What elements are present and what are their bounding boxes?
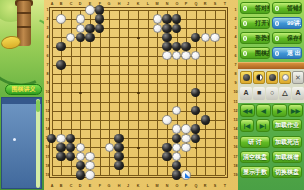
coord-letter-top: A (50, 2, 54, 6)
coord-number-right: 6 (233, 54, 237, 58)
show-move-numbers-button[interactable]: 显示手数 (240, 166, 270, 178)
coord-number-right: 12 (233, 109, 237, 113)
coord-number-right: 3 (233, 26, 237, 30)
coord-letter-bottom: J (127, 184, 131, 188)
coord-letter-top: R (204, 2, 208, 6)
coord-letter-top: B (59, 2, 63, 6)
wood-divider (238, 62, 304, 69)
coord-letter-top: O (175, 2, 179, 6)
stone-black (76, 33, 85, 42)
nav-forward-button[interactable]: ▶ (272, 104, 287, 117)
penalty-wrong-button[interactable]: 答错惩罚 (272, 2, 302, 14)
white-stone-icon (282, 74, 289, 81)
coord-number-left: 16 (45, 146, 49, 150)
markup-square-tool[interactable]: ■ (253, 87, 265, 100)
coord-number-right: 9 (233, 81, 237, 85)
listbox-scrollbar[interactable] (36, 99, 40, 188)
stone-white (76, 143, 85, 152)
stone-black (56, 60, 65, 69)
judge-position-button[interactable]: 形势判断 (240, 32, 270, 44)
coord-letter-bottom: K (136, 184, 140, 188)
grid-line-v (225, 10, 226, 175)
stone-white (56, 134, 65, 143)
button-icon (243, 21, 248, 26)
star-point (137, 92, 140, 95)
go-story-button[interactable]: 围棋故事 (240, 47, 270, 59)
coord-letter-bottom: M (155, 184, 159, 188)
stone-black (114, 134, 123, 143)
coord-number-left: 2 (45, 17, 49, 21)
stone-white (181, 143, 190, 152)
coord-letter-bottom: P (184, 184, 188, 188)
coord-number-left: 10 (45, 91, 49, 95)
stone-white (76, 24, 85, 33)
markup-letter-tool-2[interactable]: A (292, 87, 304, 100)
stone-black (201, 115, 210, 124)
star-point (137, 147, 140, 150)
markup-letter-tool[interactable]: A (240, 87, 252, 100)
coord-number-right: 17 (233, 155, 237, 159)
markup-circle-tool[interactable]: ○ (266, 87, 278, 100)
button-icon (243, 51, 248, 56)
stone-black (181, 42, 190, 51)
nav-fast-back-button[interactable]: ◀◀ (240, 104, 255, 117)
coord-number-left: 8 (45, 72, 49, 76)
stone-black (162, 143, 171, 152)
stone-white (172, 124, 181, 133)
stone-black (76, 170, 85, 179)
go-teaching-app: 围棋讲义 AABBCCDDEEFFGGHHJJKKLLMMNNOOPPQQRRS… (0, 0, 304, 190)
clear-board-button[interactable]: 清空棋盘 (240, 151, 270, 163)
stone-black (85, 24, 94, 33)
last-move-marker (185, 173, 190, 178)
coord-letter-bottom: T (223, 184, 227, 188)
coord-number-right: 18 (233, 164, 237, 168)
stone-white (181, 134, 190, 143)
coord-letter-bottom: C (69, 184, 73, 188)
coord-letter-top: G (107, 2, 111, 6)
stone-black (56, 42, 65, 51)
stone-black (162, 24, 171, 33)
stone-black (162, 152, 171, 161)
coord-number-right: 11 (233, 100, 237, 104)
coord-letter-top: N (165, 2, 169, 6)
alternate-stone-icon (256, 74, 263, 81)
jungle-sidebar: 围棋讲义 (0, 0, 44, 190)
coord-number-left: 12 (45, 109, 49, 113)
coord-number-right: 5 (233, 45, 237, 49)
totem-band (17, 26, 31, 28)
stone-black (114, 161, 123, 170)
coord-letter-bottom: A (50, 184, 54, 188)
coord-letter-top: H (117, 2, 121, 6)
nav-to-end-button[interactable]: ▶| (256, 119, 270, 132)
lecture-99-button[interactable]: 99讲义 (272, 17, 302, 29)
reward-correct-button[interactable]: 答对奖励 (240, 2, 270, 14)
stone-black (172, 14, 181, 23)
stone-black (95, 14, 104, 23)
button-icon (275, 6, 280, 11)
open-lecture-button[interactable]: 打开讲义 (240, 17, 270, 29)
lecture-button[interactable]: 围棋讲义 (5, 84, 42, 95)
coord-letter-bottom: B (59, 184, 63, 188)
coord-number-left: 18 (45, 164, 49, 168)
stone-white (85, 5, 94, 14)
coord-number-left: 4 (45, 36, 49, 40)
coord-letter-top: C (69, 2, 73, 6)
grid-line-h (52, 120, 225, 121)
coord-number-left: 19 (45, 173, 49, 177)
black-stone-tool-2[interactable] (266, 71, 278, 84)
erase-tool[interactable]: ✕ (292, 71, 304, 84)
lecture-listbox[interactable] (1, 97, 42, 189)
stone-white (85, 161, 94, 170)
button-icon (243, 6, 248, 11)
coord-letter-bottom: E (88, 184, 92, 188)
stone-black (162, 42, 171, 51)
coord-letter-bottom: S (213, 184, 217, 188)
stone-white (162, 115, 171, 124)
button-icon (275, 51, 280, 56)
star-point (79, 92, 82, 95)
goban[interactable]: AABBCCDDEEFFGGHHJJKKLLMMNNOOPPQQRRSSTT11… (44, 0, 238, 190)
stone-black (56, 143, 65, 152)
stone-white (181, 124, 190, 133)
load-kifu-button[interactable]: 加载棋谱 (272, 151, 302, 163)
discuss-button[interactable]: 研 讨 (240, 136, 270, 148)
coord-letter-bottom: G (107, 184, 111, 188)
exit-button[interactable]: 退 出 (272, 47, 302, 59)
coord-number-right: 13 (233, 118, 237, 122)
coord-number-right: 2 (233, 17, 237, 21)
coord-number-right: 1 (233, 8, 237, 12)
stone-white (85, 170, 94, 179)
stone-white (153, 24, 162, 33)
white-stone-tool[interactable] (279, 71, 291, 84)
stone-black (172, 170, 181, 179)
coord-number-left: 7 (45, 63, 49, 67)
stone-black (56, 152, 65, 161)
stone-white (85, 152, 94, 161)
nav-back-button[interactable]: ◀ (256, 104, 271, 117)
coord-number-right: 19 (233, 173, 237, 177)
coord-letter-top: P (184, 2, 188, 6)
coord-letter-top: K (136, 2, 140, 6)
tool-panel: 答对奖励 答错惩罚 打开讲义 99讲义 形势判断 保存棋谱 围棋故事 退 出 ✕… (238, 0, 304, 190)
stone-white (181, 170, 190, 179)
coord-letter-top: T (223, 2, 227, 6)
nav-to-start-button[interactable]: |◀ (240, 119, 254, 132)
coord-letter-top: L (146, 2, 150, 6)
coord-number-left: 14 (45, 127, 49, 131)
load-tsumego-button[interactable]: 加载死活 (272, 136, 302, 148)
coord-number-right: 4 (233, 36, 237, 40)
list-item-marker (13, 138, 16, 141)
stone-black (162, 33, 171, 42)
stone-black (172, 134, 181, 143)
totem-band (17, 12, 31, 14)
stone-black (47, 134, 56, 143)
coord-letter-bottom: Q (194, 184, 198, 188)
stone-white (162, 51, 171, 60)
coord-number-right: 7 (233, 63, 237, 67)
coord-letter-bottom: N (165, 184, 169, 188)
stone-white (56, 14, 65, 23)
coord-letter-top: Q (194, 2, 198, 6)
load-homework-button[interactable]: 加载作业 (272, 119, 302, 131)
stone-white (105, 143, 114, 152)
coord-number-right: 14 (233, 127, 237, 131)
coord-letter-bottom: F (98, 184, 102, 188)
coord-letter-bottom: O (175, 184, 179, 188)
coord-letter-top: J (127, 2, 131, 6)
coord-number-right: 15 (233, 136, 237, 140)
coord-number-left: 5 (45, 45, 49, 49)
coord-number-right: 10 (233, 91, 237, 95)
coord-number-left: 1 (45, 8, 49, 12)
stone-white (76, 14, 85, 23)
coord-number-left: 6 (45, 54, 49, 58)
switch-board-button[interactable]: 切换棋盘 (272, 166, 302, 178)
coord-number-left: 17 (45, 155, 49, 159)
stone-white (210, 33, 219, 42)
coord-letter-bottom: L (146, 184, 150, 188)
stone-black (114, 143, 123, 152)
coord-letter-bottom: H (117, 184, 121, 188)
coord-number-left: 11 (45, 100, 49, 104)
coord-letter-bottom: D (78, 184, 82, 188)
coord-number-left: 13 (45, 118, 49, 122)
black-stone-tool[interactable] (240, 71, 252, 84)
coord-letter-top: D (78, 2, 82, 6)
stone-white (153, 14, 162, 23)
black-stone-icon (269, 74, 276, 81)
grid-line-h (52, 102, 225, 103)
grid-line-v (148, 10, 149, 175)
coord-letter-top: S (213, 2, 217, 6)
coord-letter-bottom: R (204, 184, 208, 188)
coord-letter-top: M (155, 2, 159, 6)
coord-number-left: 3 (45, 26, 49, 30)
stone-black (85, 33, 94, 42)
coord-number-left: 9 (45, 81, 49, 85)
grid-line-v (157, 10, 158, 175)
save-kifu-button[interactable]: 保存棋谱 (272, 32, 302, 44)
coord-number-right: 8 (233, 72, 237, 76)
stone-black (162, 14, 171, 23)
stone-black (114, 152, 123, 161)
button-icon (275, 36, 280, 41)
stone-black (95, 5, 104, 14)
alternate-stone-tool[interactable] (253, 71, 265, 84)
button-icon (275, 21, 280, 26)
coord-number-right: 16 (233, 146, 237, 150)
black-stone-icon (243, 74, 250, 81)
button-icon (243, 36, 248, 41)
markup-triangle-tool[interactable]: △ (279, 87, 291, 100)
nav-fast-forward-button[interactable]: ▶▶ (288, 104, 303, 117)
star-point (137, 37, 140, 40)
scrollbar-thumb[interactable] (36, 100, 40, 112)
